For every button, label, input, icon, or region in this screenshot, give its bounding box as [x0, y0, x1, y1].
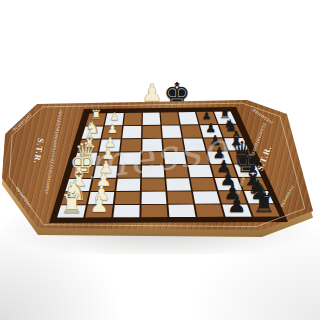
chess-piece-black-rook-h8[interactable]: ♜: [252, 190, 275, 216]
chess-piece-white-rook-h1[interactable]: ♜: [60, 191, 83, 217]
pieces-layer: ♜♟♟♜♞♟♟♞♝♟♟♝♛♟♟♛♚♟♟♚♝♟♟♝♞♟♟♞♜♟♟♜: [0, 0, 320, 320]
chess-piece-white-pawn-h2[interactable]: ♟: [90, 194, 109, 216]
product-photo-scene: ♟♚ ɞɕɯɑɳɜʋɾ S.T.R. ɯʋɾʂɜɲɷʅɞɕɯɑɳɜʋɾɞʂɜɲɷ…: [0, 0, 320, 320]
chess-piece-white-pawn-a2[interactable]: ♟: [110, 112, 120, 123]
chess-piece-black-pawn-a7[interactable]: ♟: [202, 110, 212, 121]
chess-piece-black-pawn-h7[interactable]: ♟: [227, 194, 246, 216]
